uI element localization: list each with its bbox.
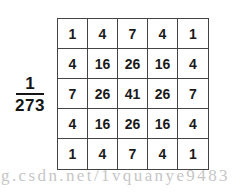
- grid-cell: 4: [88, 139, 118, 169]
- grid-cell: 4: [58, 109, 88, 139]
- grid-cell: 4: [178, 109, 208, 139]
- grid-cell: 26: [148, 79, 178, 109]
- fraction-denominator: 273: [11, 97, 49, 114]
- grid-cell: 26: [118, 49, 148, 79]
- grid-cell: 1: [58, 19, 88, 49]
- grid-cell: 4: [58, 49, 88, 79]
- grid-cell: 1: [178, 19, 208, 49]
- grid-cell: 16: [88, 49, 118, 79]
- grid-cell: 7: [178, 79, 208, 109]
- grid-cell: 4: [178, 49, 208, 79]
- kernel-diagram: 1 273 1 4 7 4 1 4 16 26 16 4 7 26 41 26 …: [0, 0, 242, 194]
- watermark-text: g.csdn.net/1vquanye9483: [1, 166, 230, 186]
- grid-cell: 1: [178, 139, 208, 169]
- grid-cell: 1: [58, 139, 88, 169]
- fraction-bar: [16, 93, 44, 95]
- normalization-fraction: 1 273: [11, 75, 49, 114]
- grid-cell: 16: [148, 109, 178, 139]
- grid-cell: 26: [88, 79, 118, 109]
- grid-cell: 7: [118, 19, 148, 49]
- grid-cell: 7: [118, 139, 148, 169]
- grid-cell: 4: [88, 19, 118, 49]
- grid-cell: 41: [118, 79, 148, 109]
- grid-cell: 26: [118, 109, 148, 139]
- grid-cell: 16: [88, 109, 118, 139]
- grid-cell: 4: [148, 19, 178, 49]
- grid-cell: 16: [148, 49, 178, 79]
- grid-cell: 7: [58, 79, 88, 109]
- kernel-grid: 1 4 7 4 1 4 16 26 16 4 7 26 41 26 7 4 16…: [57, 18, 209, 170]
- fraction-numerator: 1: [11, 75, 49, 92]
- grid-cell: 4: [148, 139, 178, 169]
